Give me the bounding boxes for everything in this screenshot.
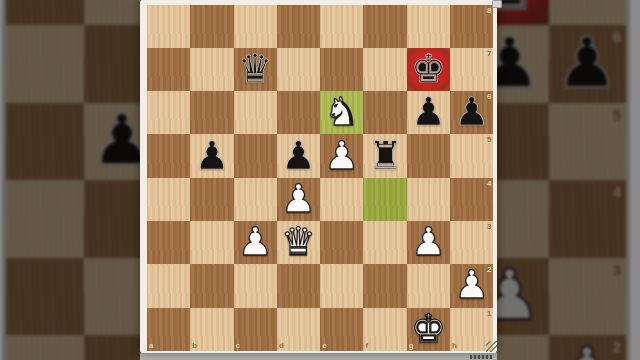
chess-board-frame: 8♛♚7♞♟♟6♟♟♟♜5♟4♟♛♟3♟2abcdef♚g1h — [140, 0, 497, 353]
square-c7[interactable]: ♛ — [234, 48, 277, 91]
white-pawn[interactable]: ♟ — [454, 262, 489, 307]
square-d1[interactable]: d — [277, 308, 320, 351]
black-queen[interactable]: ♛ — [238, 46, 273, 91]
square-e3[interactable] — [320, 221, 363, 264]
square-e8[interactable] — [320, 5, 363, 48]
file-label-e: e — [322, 342, 326, 350]
board-resize-handle[interactable] — [486, 341, 497, 352]
square-c5[interactable] — [234, 134, 277, 177]
square-a4 — [6, 180, 84, 258]
square-f4[interactable] — [363, 178, 406, 221]
square-a8[interactable] — [147, 5, 190, 48]
black-pawn[interactable]: ♟ — [194, 133, 229, 178]
square-f8[interactable] — [363, 5, 406, 48]
square-b2[interactable] — [190, 264, 233, 307]
square-a1[interactable]: a — [147, 308, 190, 351]
square-e6[interactable]: ♞ — [320, 91, 363, 134]
rank-label-3: 3 — [613, 262, 621, 277]
square-a7[interactable] — [147, 48, 190, 91]
square-a5 — [6, 103, 84, 181]
white-pawn[interactable]: ♟ — [238, 219, 273, 264]
file-label-d: d — [279, 342, 284, 350]
square-f2[interactable] — [363, 264, 406, 307]
white-pawn[interactable]: ♟ — [281, 176, 316, 221]
square-f6[interactable] — [363, 91, 406, 134]
square-a2 — [6, 335, 84, 360]
white-pawn[interactable]: ♟ — [411, 219, 446, 264]
square-g5[interactable] — [407, 134, 450, 177]
rank-label-8: 8 — [487, 7, 491, 15]
square-b1[interactable]: b — [190, 308, 233, 351]
black-pawn[interactable]: ♟ — [454, 89, 489, 134]
square-h2[interactable]: ♟2 — [450, 264, 493, 307]
white-pawn: ♟ — [556, 332, 619, 360]
file-label-h: h — [452, 342, 457, 350]
square-a3 — [6, 258, 84, 336]
black-pawn: ♟ — [556, 22, 619, 104]
black-pawn[interactable]: ♟ — [411, 89, 446, 134]
square-f1[interactable]: f — [363, 308, 406, 351]
square-h3: 3 — [549, 258, 627, 336]
square-e5[interactable]: ♟ — [320, 134, 363, 177]
square-b6[interactable] — [190, 91, 233, 134]
square-f3[interactable] — [363, 221, 406, 264]
rank-label-2: 2 — [487, 266, 491, 274]
square-f7[interactable] — [363, 48, 406, 91]
square-d4[interactable]: ♟ — [277, 178, 320, 221]
rank-label-5: 5 — [487, 136, 491, 144]
rank-label-3: 3 — [487, 223, 491, 231]
square-b4[interactable] — [190, 178, 233, 221]
square-g3[interactable]: ♟ — [407, 221, 450, 264]
square-h8[interactable]: 8 — [450, 5, 493, 48]
rank-label-5: 5 — [613, 107, 621, 122]
white-pawn[interactable]: ♟ — [324, 133, 359, 178]
square-h4[interactable]: 4 — [450, 178, 493, 221]
square-c4[interactable] — [234, 178, 277, 221]
square-g6[interactable]: ♟ — [407, 91, 450, 134]
rank-label-7: 7 — [487, 50, 491, 58]
square-g2[interactable] — [407, 264, 450, 307]
square-g7[interactable]: ♚ — [407, 48, 450, 91]
app-window: 8♛♚7♞♟♟6♟♟♟♜5♟4♟♛♟3♟2abcdef♚g1h 8♛♚7♞♟♟6… — [0, 0, 640, 360]
square-c3[interactable]: ♟ — [234, 221, 277, 264]
file-label-a: a — [149, 342, 153, 350]
square-c2[interactable] — [234, 264, 277, 307]
square-e4[interactable] — [320, 178, 363, 221]
square-h5: 5 — [549, 103, 627, 181]
chess-board[interactable]: 8♛♚7♞♟♟6♟♟♟♜5♟4♟♛♟3♟2abcdef♚g1h — [147, 5, 497, 351]
square-h2: ♟2 — [549, 335, 627, 360]
square-h4: 4 — [549, 180, 627, 258]
truncated-ui-text — [470, 355, 492, 359]
rank-label-6: 6 — [487, 93, 491, 101]
rank-label-2: 2 — [613, 339, 621, 354]
white-queen[interactable]: ♛ — [281, 219, 316, 264]
square-a6 — [6, 25, 84, 103]
square-e7[interactable] — [320, 48, 363, 91]
square-a2[interactable] — [147, 264, 190, 307]
file-label-f: f — [365, 342, 368, 350]
rank-label-4: 4 — [613, 184, 621, 199]
square-h3[interactable]: 3 — [450, 221, 493, 264]
square-d6[interactable] — [277, 91, 320, 134]
square-a5[interactable] — [147, 134, 190, 177]
square-a3[interactable] — [147, 221, 190, 264]
square-b8[interactable] — [190, 5, 233, 48]
rank-label-6: 6 — [613, 29, 621, 44]
square-c1[interactable]: c — [234, 308, 277, 351]
square-h6[interactable]: ♟6 — [450, 91, 493, 134]
square-g1[interactable]: ♚g — [407, 308, 450, 351]
square-b5[interactable]: ♟ — [190, 134, 233, 177]
rank-label-1: 1 — [487, 310, 491, 318]
square-b3[interactable] — [190, 221, 233, 264]
square-f5[interactable]: ♜ — [363, 134, 406, 177]
square-a7 — [6, 0, 84, 25]
corner-ui-icon[interactable] — [492, 0, 502, 8]
square-g8[interactable] — [407, 5, 450, 48]
square-e2[interactable] — [320, 264, 363, 307]
square-d8[interactable] — [277, 5, 320, 48]
black-pawn[interactable]: ♟ — [281, 133, 316, 178]
file-label-g: g — [409, 342, 414, 350]
rank-label-4: 4 — [487, 180, 491, 188]
square-c8[interactable] — [234, 5, 277, 48]
square-c6[interactable] — [234, 91, 277, 134]
square-a4[interactable] — [147, 178, 190, 221]
white-king[interactable]: ♚ — [411, 306, 446, 351]
square-h7[interactable]: 7 — [450, 48, 493, 91]
black-rook[interactable]: ♜ — [368, 133, 403, 178]
square-g4[interactable] — [407, 178, 450, 221]
square-d2[interactable] — [277, 264, 320, 307]
square-d5[interactable]: ♟ — [277, 134, 320, 177]
square-d7[interactable] — [277, 48, 320, 91]
black-king[interactable]: ♚ — [411, 46, 446, 91]
white-knight[interactable]: ♞ — [324, 89, 359, 134]
file-label-b: b — [192, 342, 197, 350]
square-h6: ♟6 — [549, 25, 627, 103]
page-background-strip — [140, 353, 497, 360]
square-h5[interactable]: 5 — [450, 134, 493, 177]
square-e1[interactable]: e — [320, 308, 363, 351]
file-label-c: c — [236, 342, 240, 350]
square-b7[interactable] — [190, 48, 233, 91]
square-a6[interactable] — [147, 91, 190, 134]
square-d3[interactable]: ♛ — [277, 221, 320, 264]
